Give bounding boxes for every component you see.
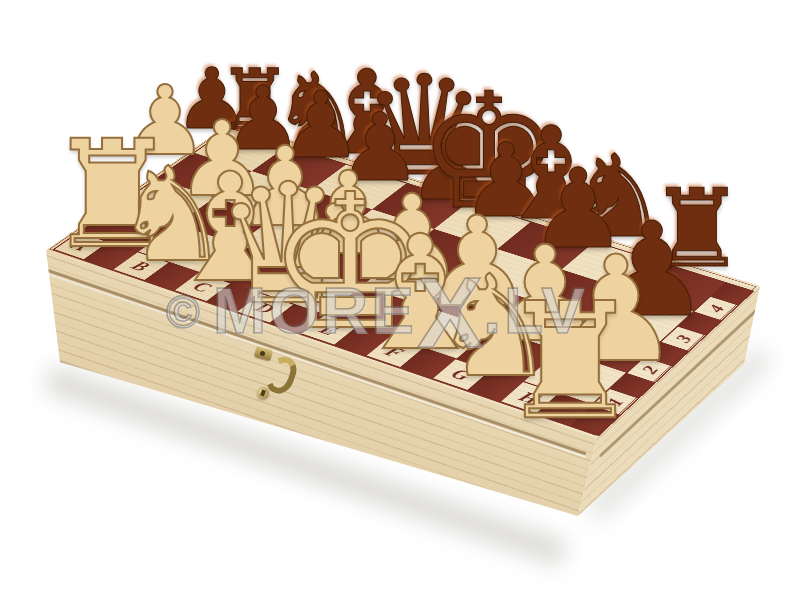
piece-white-pawn-d2: ♟	[291, 157, 405, 271]
piece-black-pawn-b3: ♟	[219, 75, 307, 163]
piece-white-pawn-c2: ♟	[230, 132, 340, 242]
watermark-text: .LV	[483, 275, 587, 347]
piece-black-rook-a4: ♜	[213, 58, 297, 142]
piece-white-rook-a1: ♜	[38, 121, 186, 269]
piece-black-queen-d4: ♛	[355, 58, 493, 196]
piece-black-pawn-c3: ♟	[275, 80, 367, 172]
watermark-text: MORE	[213, 275, 417, 347]
piece-black-pawn-f3: ♟	[455, 130, 557, 232]
piece-black-bishop-f4: ♝	[487, 110, 615, 238]
watermark: ©MOREX.LV	[166, 256, 686, 370]
piece-white-pawn-b2: ♟	[170, 107, 274, 211]
piece-black-pawn-e3: ♟	[402, 116, 500, 214]
piece-black-bishop-c4: ♝	[309, 55, 425, 171]
piece-black-knight-b4: ♞	[267, 60, 367, 160]
piece-black-pawn-a3: ♟	[170, 57, 254, 141]
piece-black-pawn-d3: ♟	[333, 101, 427, 195]
piece-black-king-e4: ♚	[409, 72, 569, 232]
watermark-x: X	[417, 257, 483, 368]
piece-black-knight-g4: ♞	[561, 140, 675, 254]
piece-white-pawn-a2: ♟	[117, 73, 213, 169]
piece-black-pawn-g3: ♟	[523, 154, 633, 264]
watermark-copyright-icon: ©	[166, 286, 203, 338]
chess-set-product-photo: ABCDEFGH1234 ♜♞♝♛♚♝♞♜♟♟♟♟♟♟♟♟♟♟♟♟♟♟♟♟♜♞♝…	[0, 0, 800, 600]
